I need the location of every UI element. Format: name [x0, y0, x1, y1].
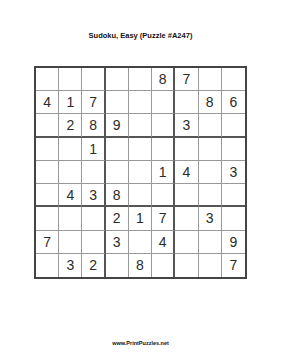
cell-r5c6: 1: [152, 161, 175, 184]
cell-r6c3: 3: [82, 184, 105, 207]
cell-r1c8: [199, 68, 222, 91]
cell-r2c4: [106, 91, 129, 114]
cell-r9c6: [152, 254, 175, 277]
cell-r3c1: [36, 114, 59, 137]
cell-r2c7: [175, 91, 198, 114]
cell-r4c9: [222, 138, 245, 161]
cell-r3c7: 3: [175, 114, 198, 137]
cell-r3c4: 9: [106, 114, 129, 137]
cell-r9c4: [106, 254, 129, 277]
cell-r4c4: [106, 138, 129, 161]
cell-r3c8: [199, 114, 222, 137]
cell-r1c7: 7: [175, 68, 198, 91]
cell-r6c6: [152, 184, 175, 207]
cell-r4c2: [59, 138, 82, 161]
cell-r2c1: 4: [36, 91, 59, 114]
cell-r7c2: [59, 207, 82, 230]
cell-r5c9: 3: [222, 161, 245, 184]
sudoku-board: 874178628931143438217373493287: [34, 66, 247, 279]
cell-r7c5: 1: [129, 207, 152, 230]
cell-r9c9: 7: [222, 254, 245, 277]
cell-r7c9: [222, 207, 245, 230]
cell-r7c7: [175, 207, 198, 230]
cell-r7c8: 3: [199, 207, 222, 230]
cell-r2c3: 7: [82, 91, 105, 114]
cell-r8c1: 7: [36, 231, 59, 254]
cell-r5c3: [82, 161, 105, 184]
puzzle-title: Sudoku, Easy (Puzzle #A247): [0, 31, 281, 40]
cell-r1c4: [106, 68, 129, 91]
cell-r1c3: [82, 68, 105, 91]
cell-r7c1: [36, 207, 59, 230]
cell-r1c5: [129, 68, 152, 91]
footer-url: www.PrintPuzzles.net: [0, 340, 281, 346]
cell-r7c6: 7: [152, 207, 175, 230]
cell-r4c6: [152, 138, 175, 161]
cell-r6c4: 8: [106, 184, 129, 207]
cell-r8c5: [129, 231, 152, 254]
cell-r6c1: [36, 184, 59, 207]
cell-r3c2: 2: [59, 114, 82, 137]
cell-r5c4: [106, 161, 129, 184]
cell-r3c5: [129, 114, 152, 137]
cell-r8c6: 4: [152, 231, 175, 254]
cell-r7c3: [82, 207, 105, 230]
cell-r2c9: 6: [222, 91, 245, 114]
cell-r9c1: [36, 254, 59, 277]
cell-r5c1: [36, 161, 59, 184]
cell-r4c1: [36, 138, 59, 161]
cell-r8c2: [59, 231, 82, 254]
cell-r4c7: [175, 138, 198, 161]
cell-r1c9: [222, 68, 245, 91]
cell-r9c7: [175, 254, 198, 277]
cell-r2c8: 8: [199, 91, 222, 114]
cell-r8c7: [175, 231, 198, 254]
cell-r3c3: 8: [82, 114, 105, 137]
cell-r2c2: 1: [59, 91, 82, 114]
cell-r4c8: [199, 138, 222, 161]
cell-r2c5: [129, 91, 152, 114]
cell-r3c6: [152, 114, 175, 137]
cell-r6c8: [199, 184, 222, 207]
cell-r9c3: 2: [82, 254, 105, 277]
cell-r8c4: 3: [106, 231, 129, 254]
cell-r9c2: 3: [59, 254, 82, 277]
cell-r5c2: [59, 161, 82, 184]
puzzle-page: Sudoku, Easy (Puzzle #A247) 874178628931…: [0, 0, 281, 363]
cell-r6c7: [175, 184, 198, 207]
cell-r9c8: [199, 254, 222, 277]
cell-r8c3: [82, 231, 105, 254]
cell-r6c2: 4: [59, 184, 82, 207]
cell-r6c5: [129, 184, 152, 207]
cell-r5c8: [199, 161, 222, 184]
cell-r1c2: [59, 68, 82, 91]
cell-r3c9: [222, 114, 245, 137]
cell-r7c4: 2: [106, 207, 129, 230]
cell-r4c3: 1: [82, 138, 105, 161]
cell-r5c5: [129, 161, 152, 184]
cell-r2c6: [152, 91, 175, 114]
cell-r1c6: 8: [152, 68, 175, 91]
cell-r8c9: 9: [222, 231, 245, 254]
cell-r8c8: [199, 231, 222, 254]
cell-r4c5: [129, 138, 152, 161]
cell-r5c7: 4: [175, 161, 198, 184]
cell-r6c9: [222, 184, 245, 207]
cell-r1c1: [36, 68, 59, 91]
cell-r9c5: 8: [129, 254, 152, 277]
